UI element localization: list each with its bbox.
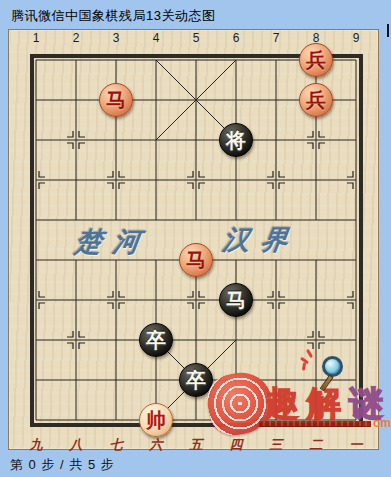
move-counter: 第 0 步 / 共 5 步 — [10, 456, 115, 474]
red-soldier[interactable]: 兵 — [299, 83, 333, 117]
red-horse[interactable]: 马 — [179, 243, 213, 277]
file-label: 七 — [105, 436, 127, 454]
file-label: 三 — [265, 436, 287, 454]
pieces-layer: 兵马兵将马马卒卒帅 — [9, 30, 380, 451]
black-horse[interactable]: 马 — [219, 283, 253, 317]
file-label: 二 — [305, 436, 327, 454]
black-general[interactable]: 将 — [219, 123, 253, 157]
file-label: 九 — [25, 436, 47, 454]
red-king[interactable]: 帅 — [139, 403, 173, 437]
file-label: 一 — [345, 436, 367, 454]
file-label: 六 — [145, 436, 167, 454]
text-cursor-artifact — [387, 24, 389, 37]
black-soldier[interactable]: 卒 — [179, 363, 213, 397]
file-label: 八 — [65, 436, 87, 454]
page-title: 腾讯微信中国象棋残局13关动态图 — [11, 7, 215, 25]
red-horse[interactable]: 马 — [99, 83, 133, 117]
file-labels-bottom: 九八七六五四三二一 — [9, 436, 378, 452]
red-soldier[interactable]: 兵 — [299, 43, 333, 77]
file-label: 五 — [185, 436, 207, 454]
xiangqi-board-panel: 123456789 楚河 汉界 兵马兵将马马卒卒帅 九八七六五四三二一 — [8, 29, 379, 450]
black-soldier[interactable]: 卒 — [139, 323, 173, 357]
file-label: 四 — [225, 436, 247, 454]
